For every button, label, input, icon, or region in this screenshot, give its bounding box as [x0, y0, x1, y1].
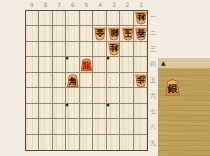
- board-cell[interactable]: [93, 119, 106, 134]
- sente-hand-panel: ▲ 銀: [158, 58, 210, 156]
- board-cell[interactable]: [66, 57, 79, 72]
- board-cell[interactable]: [39, 88, 52, 103]
- board-cell[interactable]: [107, 11, 120, 26]
- file-label: 3: [107, 0, 121, 9]
- board-cell[interactable]: [93, 73, 106, 88]
- board-cell[interactable]: [120, 42, 133, 57]
- board-cell[interactable]: [120, 73, 133, 88]
- board-cell[interactable]: [26, 104, 39, 119]
- board-cell[interactable]: [93, 57, 106, 72]
- board-cell[interactable]: [134, 57, 147, 72]
- rank-label: 二: [148, 26, 158, 42]
- star-point-icon: [66, 57, 69, 60]
- board-cell[interactable]: [80, 119, 93, 134]
- piece-kanji: 玉: [122, 27, 134, 38]
- sente-marker-icon: ▲: [161, 59, 166, 66]
- board-cell[interactable]: [66, 119, 79, 134]
- rank-label: 七: [148, 104, 158, 120]
- board-cell[interactable]: [26, 57, 39, 72]
- piece-kanji: 龍: [81, 61, 93, 72]
- board-cell[interactable]: [39, 119, 52, 134]
- board-cell[interactable]: [53, 57, 66, 72]
- star-point-icon: [107, 104, 110, 107]
- piece-kanji: 桂: [135, 11, 147, 22]
- board-cell[interactable]: [39, 73, 52, 88]
- file-label: 1: [134, 0, 148, 9]
- shogi-piece-桂[interactable]: 桂: [135, 11, 147, 24]
- shogi-piece-角[interactable]: 角: [67, 74, 79, 87]
- board-cell[interactable]: [93, 104, 106, 119]
- board-cell[interactable]: [39, 135, 52, 150]
- board-cell[interactable]: [53, 73, 66, 88]
- shogi-piece-銀[interactable]: 銀: [108, 27, 120, 40]
- rank-label: 四: [148, 57, 158, 73]
- shogi-piece-玉[interactable]: 玉: [122, 27, 134, 40]
- board-cell[interactable]: [53, 11, 66, 26]
- board-cell[interactable]: [53, 104, 66, 119]
- board-cell[interactable]: [134, 104, 147, 119]
- rank-label: 一: [148, 10, 158, 26]
- file-labels: 987654321: [25, 0, 148, 9]
- file-label: 7: [52, 0, 66, 9]
- board-cell[interactable]: [26, 119, 39, 134]
- piece-kanji: 角: [67, 76, 79, 87]
- rank-label: 五: [148, 73, 158, 89]
- board-cell[interactable]: [120, 104, 133, 119]
- board-cell[interactable]: [39, 57, 52, 72]
- board-cell[interactable]: [134, 88, 147, 103]
- piece-kanji: 銀: [165, 83, 180, 96]
- board-cell[interactable]: [80, 26, 93, 41]
- star-point-icon: [107, 57, 110, 60]
- board-cell[interactable]: [134, 119, 147, 134]
- rank-label: 六: [148, 88, 158, 104]
- board-cell[interactable]: [107, 57, 120, 72]
- piece-kanji: 香: [135, 27, 147, 38]
- piece-kanji: 桂: [108, 42, 120, 53]
- board-cell[interactable]: [93, 11, 106, 26]
- shogi-piece-歩[interactable]: 歩: [135, 74, 147, 87]
- board-cell[interactable]: [107, 88, 120, 103]
- board-cell[interactable]: [26, 73, 39, 88]
- board-cell[interactable]: [66, 11, 79, 26]
- rank-labels: 一二三四五六七八九: [148, 10, 158, 151]
- board-cell[interactable]: [93, 42, 106, 57]
- board-cell[interactable]: [53, 119, 66, 134]
- sente-hand-stand[interactable]: 銀: [158, 68, 210, 156]
- file-label: 8: [39, 0, 53, 9]
- board-cell[interactable]: [134, 135, 147, 150]
- board-cell[interactable]: [53, 26, 66, 41]
- board-cell[interactable]: [53, 42, 66, 57]
- shogi-piece-龍[interactable]: 龍: [81, 58, 93, 71]
- board-cell[interactable]: [120, 57, 133, 72]
- board-cell[interactable]: [39, 104, 52, 119]
- board-cell[interactable]: [80, 88, 93, 103]
- rank-label: 三: [148, 41, 158, 57]
- board-cell[interactable]: [39, 42, 52, 57]
- board-cell[interactable]: [53, 135, 66, 150]
- file-label: 4: [93, 0, 107, 9]
- board-cell[interactable]: [80, 73, 93, 88]
- piece-kanji: 銀: [108, 27, 120, 38]
- board-cell[interactable]: [107, 73, 120, 88]
- file-label: 6: [66, 0, 80, 9]
- board-cell[interactable]: [66, 42, 79, 57]
- board-cell[interactable]: [80, 11, 93, 26]
- file-label: 2: [121, 0, 135, 9]
- hand-piece-銀[interactable]: 銀: [165, 79, 180, 96]
- board-cell[interactable]: [80, 42, 93, 57]
- board-cell[interactable]: [120, 135, 133, 150]
- file-label: 9: [25, 0, 39, 9]
- piece-kanji: 歩: [135, 74, 147, 85]
- shogi-piece-香[interactable]: 香: [135, 27, 147, 40]
- board-cell[interactable]: [80, 104, 93, 119]
- board-cell[interactable]: [66, 104, 79, 119]
- board-cell[interactable]: [107, 119, 120, 134]
- board-cell[interactable]: [80, 135, 93, 150]
- sente-hand-header: ▲: [158, 58, 210, 68]
- board-cell[interactable]: [26, 88, 39, 103]
- board-cell[interactable]: [120, 88, 133, 103]
- board-cell[interactable]: [66, 135, 79, 150]
- board-cell[interactable]: [134, 42, 147, 57]
- board-cell[interactable]: [93, 135, 106, 150]
- board-cell[interactable]: [39, 11, 52, 26]
- board-cell[interactable]: [26, 26, 39, 41]
- board-cell[interactable]: [66, 26, 79, 41]
- shogi-piece-桂[interactable]: 桂: [108, 42, 120, 55]
- board-cell[interactable]: [26, 135, 39, 150]
- board-cell[interactable]: [53, 88, 66, 103]
- board-cell[interactable]: [26, 11, 39, 26]
- board-cell[interactable]: [107, 135, 120, 150]
- board-cell[interactable]: [120, 119, 133, 134]
- rank-label: 八: [148, 120, 158, 136]
- shogi-piece-金[interactable]: 金: [94, 27, 106, 40]
- rank-label: 九: [148, 135, 158, 151]
- board-cell[interactable]: [39, 26, 52, 41]
- star-point-icon: [66, 104, 69, 107]
- board-cell[interactable]: [66, 88, 79, 103]
- board-cell[interactable]: [93, 88, 106, 103]
- board-cell[interactable]: [26, 42, 39, 57]
- file-label: 5: [80, 0, 94, 9]
- board-cell[interactable]: [120, 11, 133, 26]
- piece-kanji: 金: [94, 27, 106, 38]
